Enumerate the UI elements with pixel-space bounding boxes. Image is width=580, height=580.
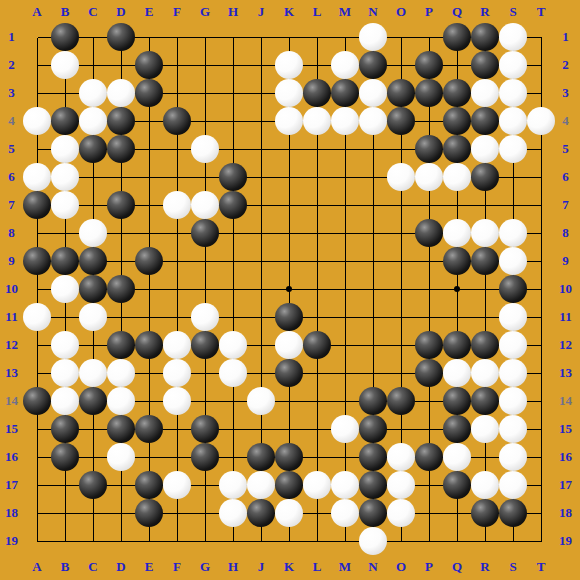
intersection-P2[interactable]	[415, 51, 443, 79]
intersection-P8[interactable]	[415, 219, 443, 247]
intersection-F16[interactable]	[163, 443, 191, 471]
intersection-N17[interactable]	[359, 471, 387, 499]
intersection-Q1[interactable]	[443, 23, 471, 51]
intersection-B9[interactable]	[51, 247, 79, 275]
intersection-T9[interactable]	[527, 247, 555, 275]
intersection-C5[interactable]	[79, 135, 107, 163]
intersection-B6[interactable]	[51, 163, 79, 191]
intersection-N14[interactable]	[359, 387, 387, 415]
intersection-C13[interactable]	[79, 359, 107, 387]
intersection-M10[interactable]	[331, 275, 359, 303]
intersection-H2[interactable]	[219, 51, 247, 79]
intersection-C15[interactable]	[79, 415, 107, 443]
intersection-K6[interactable]	[275, 163, 303, 191]
intersection-D16[interactable]	[107, 443, 135, 471]
intersection-K15[interactable]	[275, 415, 303, 443]
intersection-N2[interactable]	[359, 51, 387, 79]
intersection-K8[interactable]	[275, 219, 303, 247]
intersection-Q12[interactable]	[443, 331, 471, 359]
intersection-P10[interactable]	[415, 275, 443, 303]
intersection-S17[interactable]	[499, 471, 527, 499]
intersection-A18[interactable]	[23, 499, 51, 527]
intersection-K3[interactable]	[275, 79, 303, 107]
intersection-H11[interactable]	[219, 303, 247, 331]
intersection-F18[interactable]	[163, 499, 191, 527]
intersection-M8[interactable]	[331, 219, 359, 247]
intersection-H3[interactable]	[219, 79, 247, 107]
intersection-N13[interactable]	[359, 359, 387, 387]
intersection-G6[interactable]	[191, 163, 219, 191]
intersection-G4[interactable]	[191, 107, 219, 135]
intersection-T17[interactable]	[527, 471, 555, 499]
intersection-A1[interactable]	[23, 23, 51, 51]
intersection-N15[interactable]	[359, 415, 387, 443]
intersection-K7[interactable]	[275, 191, 303, 219]
intersection-E16[interactable]	[135, 443, 163, 471]
intersection-D5[interactable]	[107, 135, 135, 163]
intersection-Q15[interactable]	[443, 415, 471, 443]
intersection-E9[interactable]	[135, 247, 163, 275]
intersection-G8[interactable]	[191, 219, 219, 247]
intersection-E3[interactable]	[135, 79, 163, 107]
intersection-M3[interactable]	[331, 79, 359, 107]
intersection-K11[interactable]	[275, 303, 303, 331]
intersection-A15[interactable]	[23, 415, 51, 443]
intersection-O10[interactable]	[387, 275, 415, 303]
intersection-T12[interactable]	[527, 331, 555, 359]
intersection-L10[interactable]	[303, 275, 331, 303]
intersection-J4[interactable]	[247, 107, 275, 135]
intersection-M9[interactable]	[331, 247, 359, 275]
intersection-Q9[interactable]	[443, 247, 471, 275]
intersection-F12[interactable]	[163, 331, 191, 359]
intersection-F8[interactable]	[163, 219, 191, 247]
intersection-R15[interactable]	[471, 415, 499, 443]
intersection-P11[interactable]	[415, 303, 443, 331]
intersection-D3[interactable]	[107, 79, 135, 107]
intersection-S13[interactable]	[499, 359, 527, 387]
intersection-L1[interactable]	[303, 23, 331, 51]
intersection-P7[interactable]	[415, 191, 443, 219]
intersection-E15[interactable]	[135, 415, 163, 443]
intersection-G14[interactable]	[191, 387, 219, 415]
intersection-T4[interactable]	[527, 107, 555, 135]
intersection-G11[interactable]	[191, 303, 219, 331]
intersection-P4[interactable]	[415, 107, 443, 135]
intersection-T1[interactable]	[527, 23, 555, 51]
intersection-M2[interactable]	[331, 51, 359, 79]
intersection-J12[interactable]	[247, 331, 275, 359]
intersection-C8[interactable]	[79, 219, 107, 247]
intersection-R19[interactable]	[471, 527, 499, 555]
intersection-N1[interactable]	[359, 23, 387, 51]
intersection-L8[interactable]	[303, 219, 331, 247]
intersection-A17[interactable]	[23, 471, 51, 499]
intersection-H9[interactable]	[219, 247, 247, 275]
intersection-M4[interactable]	[331, 107, 359, 135]
intersection-N16[interactable]	[359, 443, 387, 471]
intersection-R17[interactable]	[471, 471, 499, 499]
intersection-M6[interactable]	[331, 163, 359, 191]
intersection-Q7[interactable]	[443, 191, 471, 219]
intersection-A14[interactable]	[23, 387, 51, 415]
intersection-H19[interactable]	[219, 527, 247, 555]
intersection-F3[interactable]	[163, 79, 191, 107]
intersection-S19[interactable]	[499, 527, 527, 555]
intersection-D10[interactable]	[107, 275, 135, 303]
intersection-R12[interactable]	[471, 331, 499, 359]
intersection-H14[interactable]	[219, 387, 247, 415]
intersection-O9[interactable]	[387, 247, 415, 275]
intersection-R16[interactable]	[471, 443, 499, 471]
intersection-F15[interactable]	[163, 415, 191, 443]
intersection-K4[interactable]	[275, 107, 303, 135]
intersection-F11[interactable]	[163, 303, 191, 331]
intersection-N19[interactable]	[359, 527, 387, 555]
intersection-D7[interactable]	[107, 191, 135, 219]
intersection-T18[interactable]	[527, 499, 555, 527]
intersection-T7[interactable]	[527, 191, 555, 219]
intersection-T15[interactable]	[527, 415, 555, 443]
intersection-R6[interactable]	[471, 163, 499, 191]
intersection-B5[interactable]	[51, 135, 79, 163]
intersection-Q3[interactable]	[443, 79, 471, 107]
intersection-A3[interactable]	[23, 79, 51, 107]
intersection-S5[interactable]	[499, 135, 527, 163]
intersection-E8[interactable]	[135, 219, 163, 247]
intersection-Q11[interactable]	[443, 303, 471, 331]
intersection-J3[interactable]	[247, 79, 275, 107]
intersection-K5[interactable]	[275, 135, 303, 163]
intersection-K12[interactable]	[275, 331, 303, 359]
intersection-J7[interactable]	[247, 191, 275, 219]
intersection-D14[interactable]	[107, 387, 135, 415]
intersection-M13[interactable]	[331, 359, 359, 387]
intersection-P13[interactable]	[415, 359, 443, 387]
intersection-J14[interactable]	[247, 387, 275, 415]
intersection-A10[interactable]	[23, 275, 51, 303]
intersection-P6[interactable]	[415, 163, 443, 191]
intersection-B16[interactable]	[51, 443, 79, 471]
intersection-O14[interactable]	[387, 387, 415, 415]
intersection-D2[interactable]	[107, 51, 135, 79]
intersection-F6[interactable]	[163, 163, 191, 191]
intersection-L17[interactable]	[303, 471, 331, 499]
intersection-C6[interactable]	[79, 163, 107, 191]
intersection-S2[interactable]	[499, 51, 527, 79]
intersection-R5[interactable]	[471, 135, 499, 163]
intersection-P12[interactable]	[415, 331, 443, 359]
intersection-D4[interactable]	[107, 107, 135, 135]
intersection-K10[interactable]	[275, 275, 303, 303]
intersection-P16[interactable]	[415, 443, 443, 471]
intersection-F17[interactable]	[163, 471, 191, 499]
intersection-L13[interactable]	[303, 359, 331, 387]
intersection-M5[interactable]	[331, 135, 359, 163]
intersection-K18[interactable]	[275, 499, 303, 527]
intersection-D1[interactable]	[107, 23, 135, 51]
intersection-C16[interactable]	[79, 443, 107, 471]
intersection-S16[interactable]	[499, 443, 527, 471]
intersection-S7[interactable]	[499, 191, 527, 219]
intersection-F7[interactable]	[163, 191, 191, 219]
intersection-K14[interactable]	[275, 387, 303, 415]
intersection-B13[interactable]	[51, 359, 79, 387]
intersection-B19[interactable]	[51, 527, 79, 555]
intersection-H18[interactable]	[219, 499, 247, 527]
intersection-F9[interactable]	[163, 247, 191, 275]
intersection-R14[interactable]	[471, 387, 499, 415]
intersection-M12[interactable]	[331, 331, 359, 359]
intersection-S9[interactable]	[499, 247, 527, 275]
intersection-Q5[interactable]	[443, 135, 471, 163]
intersection-T5[interactable]	[527, 135, 555, 163]
intersection-M18[interactable]	[331, 499, 359, 527]
intersection-D12[interactable]	[107, 331, 135, 359]
intersection-J5[interactable]	[247, 135, 275, 163]
intersection-Q2[interactable]	[443, 51, 471, 79]
intersection-S11[interactable]	[499, 303, 527, 331]
intersection-K2[interactable]	[275, 51, 303, 79]
intersection-N9[interactable]	[359, 247, 387, 275]
intersection-L6[interactable]	[303, 163, 331, 191]
intersection-R4[interactable]	[471, 107, 499, 135]
intersection-L11[interactable]	[303, 303, 331, 331]
intersection-Q19[interactable]	[443, 527, 471, 555]
intersection-P18[interactable]	[415, 499, 443, 527]
intersection-C14[interactable]	[79, 387, 107, 415]
intersection-C7[interactable]	[79, 191, 107, 219]
intersection-B8[interactable]	[51, 219, 79, 247]
intersection-J11[interactable]	[247, 303, 275, 331]
intersection-S18[interactable]	[499, 499, 527, 527]
intersection-A11[interactable]	[23, 303, 51, 331]
intersection-E19[interactable]	[135, 527, 163, 555]
intersection-B12[interactable]	[51, 331, 79, 359]
intersection-E13[interactable]	[135, 359, 163, 387]
intersection-A7[interactable]	[23, 191, 51, 219]
intersection-G18[interactable]	[191, 499, 219, 527]
intersection-T11[interactable]	[527, 303, 555, 331]
intersection-E1[interactable]	[135, 23, 163, 51]
intersection-O6[interactable]	[387, 163, 415, 191]
intersection-O3[interactable]	[387, 79, 415, 107]
intersection-H12[interactable]	[219, 331, 247, 359]
intersection-H8[interactable]	[219, 219, 247, 247]
intersection-K16[interactable]	[275, 443, 303, 471]
intersection-F19[interactable]	[163, 527, 191, 555]
intersection-B11[interactable]	[51, 303, 79, 331]
intersection-K1[interactable]	[275, 23, 303, 51]
intersection-O15[interactable]	[387, 415, 415, 443]
intersection-O5[interactable]	[387, 135, 415, 163]
intersection-F1[interactable]	[163, 23, 191, 51]
intersection-N18[interactable]	[359, 499, 387, 527]
intersection-O18[interactable]	[387, 499, 415, 527]
intersection-E2[interactable]	[135, 51, 163, 79]
intersection-J9[interactable]	[247, 247, 275, 275]
intersection-D6[interactable]	[107, 163, 135, 191]
intersection-J18[interactable]	[247, 499, 275, 527]
intersection-K9[interactable]	[275, 247, 303, 275]
intersection-Q17[interactable]	[443, 471, 471, 499]
intersection-N7[interactable]	[359, 191, 387, 219]
intersection-E7[interactable]	[135, 191, 163, 219]
intersection-R11[interactable]	[471, 303, 499, 331]
intersection-T19[interactable]	[527, 527, 555, 555]
intersection-A4[interactable]	[23, 107, 51, 135]
intersection-J10[interactable]	[247, 275, 275, 303]
intersection-O2[interactable]	[387, 51, 415, 79]
intersection-K13[interactable]	[275, 359, 303, 387]
intersection-D11[interactable]	[107, 303, 135, 331]
intersection-H5[interactable]	[219, 135, 247, 163]
intersection-G7[interactable]	[191, 191, 219, 219]
intersection-J8[interactable]	[247, 219, 275, 247]
intersection-G17[interactable]	[191, 471, 219, 499]
intersection-B17[interactable]	[51, 471, 79, 499]
intersection-F14[interactable]	[163, 387, 191, 415]
intersection-R2[interactable]	[471, 51, 499, 79]
intersection-G15[interactable]	[191, 415, 219, 443]
intersection-G5[interactable]	[191, 135, 219, 163]
intersection-E18[interactable]	[135, 499, 163, 527]
intersection-Q16[interactable]	[443, 443, 471, 471]
intersection-J13[interactable]	[247, 359, 275, 387]
intersection-C11[interactable]	[79, 303, 107, 331]
intersection-L14[interactable]	[303, 387, 331, 415]
intersection-O19[interactable]	[387, 527, 415, 555]
intersection-L7[interactable]	[303, 191, 331, 219]
intersection-G16[interactable]	[191, 443, 219, 471]
intersection-T14[interactable]	[527, 387, 555, 415]
intersection-H10[interactable]	[219, 275, 247, 303]
intersection-A12[interactable]	[23, 331, 51, 359]
intersection-R9[interactable]	[471, 247, 499, 275]
intersection-A9[interactable]	[23, 247, 51, 275]
intersection-S12[interactable]	[499, 331, 527, 359]
intersection-R7[interactable]	[471, 191, 499, 219]
intersection-O1[interactable]	[387, 23, 415, 51]
intersection-A8[interactable]	[23, 219, 51, 247]
intersection-H13[interactable]	[219, 359, 247, 387]
intersection-R13[interactable]	[471, 359, 499, 387]
intersection-J19[interactable]	[247, 527, 275, 555]
intersection-T13[interactable]	[527, 359, 555, 387]
intersection-T8[interactable]	[527, 219, 555, 247]
intersection-E17[interactable]	[135, 471, 163, 499]
intersection-F5[interactable]	[163, 135, 191, 163]
intersection-K19[interactable]	[275, 527, 303, 555]
intersection-B14[interactable]	[51, 387, 79, 415]
intersection-M15[interactable]	[331, 415, 359, 443]
intersection-J17[interactable]	[247, 471, 275, 499]
intersection-L4[interactable]	[303, 107, 331, 135]
intersection-J16[interactable]	[247, 443, 275, 471]
intersection-J15[interactable]	[247, 415, 275, 443]
intersection-H4[interactable]	[219, 107, 247, 135]
intersection-L18[interactable]	[303, 499, 331, 527]
intersection-Q8[interactable]	[443, 219, 471, 247]
intersection-C4[interactable]	[79, 107, 107, 135]
intersection-H15[interactable]	[219, 415, 247, 443]
intersection-N10[interactable]	[359, 275, 387, 303]
intersection-R10[interactable]	[471, 275, 499, 303]
intersection-O7[interactable]	[387, 191, 415, 219]
intersection-N5[interactable]	[359, 135, 387, 163]
intersection-S15[interactable]	[499, 415, 527, 443]
intersection-F2[interactable]	[163, 51, 191, 79]
intersection-L16[interactable]	[303, 443, 331, 471]
intersection-C2[interactable]	[79, 51, 107, 79]
intersection-G10[interactable]	[191, 275, 219, 303]
intersection-R8[interactable]	[471, 219, 499, 247]
intersection-C12[interactable]	[79, 331, 107, 359]
intersection-R1[interactable]	[471, 23, 499, 51]
intersection-K17[interactable]	[275, 471, 303, 499]
intersection-B18[interactable]	[51, 499, 79, 527]
intersection-B2[interactable]	[51, 51, 79, 79]
intersection-P1[interactable]	[415, 23, 443, 51]
intersection-D19[interactable]	[107, 527, 135, 555]
intersection-B4[interactable]	[51, 107, 79, 135]
intersection-E10[interactable]	[135, 275, 163, 303]
intersection-G1[interactable]	[191, 23, 219, 51]
intersection-B15[interactable]	[51, 415, 79, 443]
intersection-L15[interactable]	[303, 415, 331, 443]
intersection-J1[interactable]	[247, 23, 275, 51]
intersection-G12[interactable]	[191, 331, 219, 359]
intersection-C9[interactable]	[79, 247, 107, 275]
intersection-T3[interactable]	[527, 79, 555, 107]
intersection-N8[interactable]	[359, 219, 387, 247]
intersection-G9[interactable]	[191, 247, 219, 275]
intersection-S4[interactable]	[499, 107, 527, 135]
intersection-C18[interactable]	[79, 499, 107, 527]
intersection-L19[interactable]	[303, 527, 331, 555]
intersection-C1[interactable]	[79, 23, 107, 51]
intersection-E6[interactable]	[135, 163, 163, 191]
intersection-P9[interactable]	[415, 247, 443, 275]
intersection-O13[interactable]	[387, 359, 415, 387]
intersection-H1[interactable]	[219, 23, 247, 51]
intersection-E4[interactable]	[135, 107, 163, 135]
intersection-T6[interactable]	[527, 163, 555, 191]
intersection-C3[interactable]	[79, 79, 107, 107]
intersection-G2[interactable]	[191, 51, 219, 79]
intersection-N6[interactable]	[359, 163, 387, 191]
go-board-grid[interactable]	[23, 23, 555, 555]
intersection-S8[interactable]	[499, 219, 527, 247]
intersection-S3[interactable]	[499, 79, 527, 107]
intersection-F13[interactable]	[163, 359, 191, 387]
intersection-O11[interactable]	[387, 303, 415, 331]
intersection-N12[interactable]	[359, 331, 387, 359]
intersection-R3[interactable]	[471, 79, 499, 107]
intersection-O8[interactable]	[387, 219, 415, 247]
intersection-D8[interactable]	[107, 219, 135, 247]
intersection-A19[interactable]	[23, 527, 51, 555]
intersection-F4[interactable]	[163, 107, 191, 135]
intersection-J2[interactable]	[247, 51, 275, 79]
intersection-N3[interactable]	[359, 79, 387, 107]
intersection-E12[interactable]	[135, 331, 163, 359]
intersection-E14[interactable]	[135, 387, 163, 415]
intersection-J6[interactable]	[247, 163, 275, 191]
intersection-C10[interactable]	[79, 275, 107, 303]
intersection-F10[interactable]	[163, 275, 191, 303]
intersection-M19[interactable]	[331, 527, 359, 555]
